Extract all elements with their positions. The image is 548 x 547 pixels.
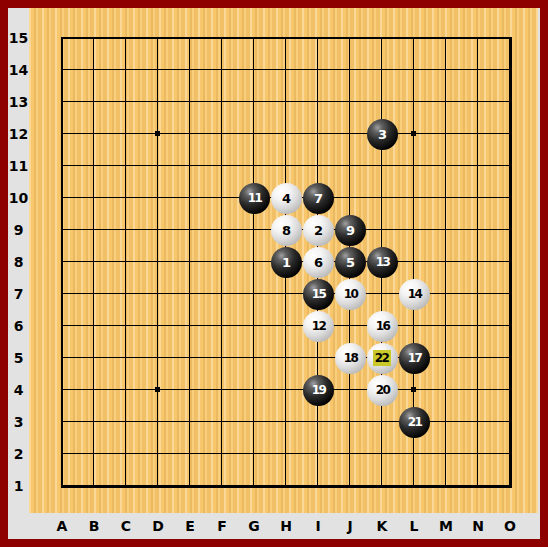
point-B3[interactable] [78,406,110,438]
row-label-6: 6 [8,310,29,342]
grid-line-v [445,406,446,438]
point-M5[interactable] [430,342,462,374]
point-D15[interactable] [142,22,174,54]
grid-line-h [142,357,174,358]
grid-line-h [174,293,206,294]
point-E15[interactable] [174,22,206,54]
point-N13[interactable] [462,86,494,118]
point-C9[interactable] [110,214,142,246]
stone-black-7-I10[interactable]: 7 [303,183,334,214]
point-G1[interactable] [238,470,270,502]
grid-line-v [61,118,62,150]
point-A8[interactable] [46,246,78,278]
stone-black-1-H8[interactable]: 1 [271,247,302,278]
point-D5[interactable] [142,342,174,374]
point-F15[interactable] [206,22,238,54]
point-M7[interactable] [430,278,462,310]
point-F10[interactable] [206,182,238,214]
point-C8[interactable] [110,246,142,278]
point-M14[interactable] [430,54,462,86]
point-O4[interactable] [494,374,526,406]
point-G12[interactable] [238,118,270,150]
grid-line-v [221,246,222,278]
point-O15[interactable] [494,22,526,54]
point-M10[interactable] [430,182,462,214]
point-A14[interactable] [46,54,78,86]
grid-line-v [157,214,158,246]
point-B5[interactable] [78,342,110,374]
point-G7[interactable] [238,278,270,310]
point-I7[interactable]: 15 [302,278,334,310]
point-E12[interactable] [174,118,206,150]
point-H1[interactable] [270,470,302,502]
point-J5[interactable]: 18 [334,342,366,374]
point-O14[interactable] [494,54,526,86]
point-O6[interactable] [494,310,526,342]
goban-grid[interactable]: 31147829165131510141216182217192021 [46,22,526,502]
point-A15[interactable] [46,22,78,54]
grid-line-v [253,310,254,342]
point-D2[interactable] [142,438,174,470]
point-E9[interactable] [174,214,206,246]
point-I11[interactable] [302,150,334,182]
point-N12[interactable] [462,118,494,150]
point-K2[interactable] [366,438,398,470]
point-B9[interactable] [78,214,110,246]
point-I14[interactable] [302,54,334,86]
point-L14[interactable] [398,54,430,86]
point-F7[interactable] [206,278,238,310]
point-B2[interactable] [78,438,110,470]
point-F4[interactable] [206,374,238,406]
point-H4[interactable] [270,374,302,406]
stone-white-14-L7[interactable]: 14 [399,279,430,310]
grid-line-v [317,342,318,374]
point-A5[interactable] [46,342,78,374]
point-N1[interactable] [462,470,494,502]
grid-line-v [125,86,126,118]
grid-line-v [285,278,286,310]
grid-line-v [349,374,350,406]
stone-white-2-I9[interactable]: 2 [303,215,334,246]
point-J4[interactable] [334,374,366,406]
grid-line-h [270,37,302,38]
point-J11[interactable] [334,150,366,182]
point-K7[interactable] [366,278,398,310]
point-K6[interactable]: 16 [366,310,398,342]
point-D13[interactable] [142,86,174,118]
point-O5[interactable] [494,342,526,374]
point-N8[interactable] [462,246,494,278]
point-G6[interactable] [238,310,270,342]
point-D11[interactable] [142,150,174,182]
point-L1[interactable] [398,470,430,502]
point-A10[interactable] [46,182,78,214]
point-E2[interactable] [174,438,206,470]
point-K13[interactable] [366,86,398,118]
point-H15[interactable] [270,22,302,54]
point-A4[interactable] [46,374,78,406]
grid-line-h [270,357,302,358]
stone-white-6-I8[interactable]: 6 [303,247,334,278]
point-M12[interactable] [430,118,462,150]
point-A13[interactable] [46,86,78,118]
point-K12[interactable]: 3 [366,118,398,150]
point-N9[interactable] [462,214,494,246]
point-K8[interactable]: 13 [366,246,398,278]
point-H10[interactable]: 4 [270,182,302,214]
stone-white-10-J7[interactable]: 10 [335,279,366,310]
point-F9[interactable] [206,214,238,246]
point-H14[interactable] [270,54,302,86]
point-G10[interactable]: 11 [238,182,270,214]
stone-black-11-G10[interactable]: 11 [239,183,270,214]
grid-line-h [334,69,366,70]
point-L8[interactable] [398,246,430,278]
point-E3[interactable] [174,406,206,438]
point-E11[interactable] [174,150,206,182]
point-E6[interactable] [174,310,206,342]
point-D7[interactable] [142,278,174,310]
point-J12[interactable] [334,118,366,150]
board-inner: 31147829165131510141216182217192021 ABCD… [8,8,540,539]
point-L6[interactable] [398,310,430,342]
point-C10[interactable] [110,182,142,214]
point-J3[interactable] [334,406,366,438]
point-K3[interactable] [366,406,398,438]
point-I3[interactable] [302,406,334,438]
grid-line-v [189,374,190,406]
point-C4[interactable] [110,374,142,406]
point-F11[interactable] [206,150,238,182]
point-N7[interactable] [462,278,494,310]
point-O3[interactable] [494,406,526,438]
point-N6[interactable] [462,310,494,342]
point-C5[interactable] [110,342,142,374]
point-K4[interactable]: 20 [366,374,398,406]
point-H7[interactable] [270,278,302,310]
grid-line-h [462,485,494,486]
point-L12[interactable] [398,118,430,150]
point-A6[interactable] [46,310,78,342]
grid-line-h [334,101,366,102]
stone-black-9-J9[interactable]: 9 [335,215,366,246]
stone-white-4-H10[interactable]: 4 [271,183,302,214]
point-B6[interactable] [78,310,110,342]
point-E8[interactable] [174,246,206,278]
point-K14[interactable] [366,54,398,86]
point-I6[interactable]: 12 [302,310,334,342]
point-F12[interactable] [206,118,238,150]
point-L9[interactable] [398,214,430,246]
point-I2[interactable] [302,438,334,470]
point-B4[interactable] [78,374,110,406]
stone-black-13-K8[interactable]: 13 [367,247,398,278]
point-E4[interactable] [174,374,206,406]
point-E7[interactable] [174,278,206,310]
point-F5[interactable] [206,342,238,374]
grid-line-h [238,357,270,358]
point-C3[interactable] [110,406,142,438]
point-N14[interactable] [462,54,494,86]
grid-line-h [174,197,206,198]
stone-black-5-J8[interactable]: 5 [335,247,366,278]
point-O9[interactable] [494,214,526,246]
point-A12[interactable] [46,118,78,150]
grid-line-h [238,485,270,486]
stone-black-17-L5[interactable]: 17 [399,343,430,374]
stone-black-15-I7[interactable]: 15 [303,279,334,310]
stone-white-16-K6[interactable]: 16 [367,311,398,342]
point-E1[interactable] [174,470,206,502]
point-G11[interactable] [238,150,270,182]
point-B10[interactable] [78,182,110,214]
point-D12[interactable] [142,118,174,150]
grid-line-v [413,214,414,246]
point-J9[interactable]: 9 [334,214,366,246]
stone-white-20-K4[interactable]: 20 [367,375,398,406]
point-K10[interactable] [366,182,398,214]
point-M3[interactable] [430,406,462,438]
point-A3[interactable] [46,406,78,438]
point-E10[interactable] [174,182,206,214]
stone-white-22-K5[interactable]: 22 [367,343,398,374]
grid-line-v [509,182,510,214]
point-H5[interactable] [270,342,302,374]
point-K11[interactable] [366,150,398,182]
grid-line-h [238,453,270,454]
point-D1[interactable] [142,470,174,502]
point-F14[interactable] [206,54,238,86]
point-B14[interactable] [78,54,110,86]
point-K5[interactable]: 22 [366,342,398,374]
point-I9[interactable]: 2 [302,214,334,246]
point-I12[interactable] [302,118,334,150]
point-I4[interactable]: 19 [302,374,334,406]
grid-line-v [445,118,446,150]
point-A9[interactable] [46,214,78,246]
point-G15[interactable] [238,22,270,54]
point-N3[interactable] [462,406,494,438]
point-O8[interactable] [494,246,526,278]
point-M1[interactable] [430,470,462,502]
point-E13[interactable] [174,86,206,118]
point-J13[interactable] [334,86,366,118]
point-N4[interactable] [462,374,494,406]
move-number: 20 [375,384,390,396]
move-number: 16 [375,320,390,332]
point-C12[interactable] [110,118,142,150]
row-label-15: 15 [8,22,29,54]
point-J8[interactable]: 5 [334,246,366,278]
grid-line-v [157,54,158,86]
point-H2[interactable] [270,438,302,470]
point-M6[interactable] [430,310,462,342]
grid-line-v [477,182,478,214]
stone-black-19-I4[interactable]: 19 [303,375,334,406]
point-B7[interactable] [78,278,110,310]
point-N10[interactable] [462,182,494,214]
point-B13[interactable] [78,86,110,118]
point-M2[interactable] [430,438,462,470]
grid-line-h [174,325,206,326]
point-C1[interactable] [110,470,142,502]
point-O7[interactable] [494,278,526,310]
point-I10[interactable]: 7 [302,182,334,214]
point-O13[interactable] [494,86,526,118]
point-H3[interactable] [270,406,302,438]
point-H9[interactable]: 8 [270,214,302,246]
grid-line-h [398,37,430,38]
point-K1[interactable] [366,470,398,502]
point-J1[interactable] [334,470,366,502]
point-G9[interactable] [238,214,270,246]
point-D6[interactable] [142,310,174,342]
point-G3[interactable] [238,406,270,438]
grid-line-h [206,229,238,230]
point-D3[interactable] [142,406,174,438]
point-L10[interactable] [398,182,430,214]
stone-white-12-I6[interactable]: 12 [303,311,334,342]
go-diagram: 31147829165131510141216182217192021 ABCD… [0,0,548,547]
point-G4[interactable] [238,374,270,406]
point-M4[interactable] [430,374,462,406]
point-O2[interactable] [494,438,526,470]
point-D14[interactable] [142,54,174,86]
point-H8[interactable]: 1 [270,246,302,278]
grid-line-h [62,421,78,422]
point-G14[interactable] [238,54,270,86]
point-L15[interactable] [398,22,430,54]
point-B12[interactable] [78,118,110,150]
point-D10[interactable] [142,182,174,214]
point-A1[interactable] [46,470,78,502]
point-F1[interactable] [206,470,238,502]
grid-line-v [157,406,158,438]
point-C6[interactable] [110,310,142,342]
point-I5[interactable] [302,342,334,374]
grid-line-h [398,229,430,230]
stone-black-3-K12[interactable]: 3 [367,119,398,150]
point-G5[interactable] [238,342,270,374]
point-F8[interactable] [206,246,238,278]
point-L4[interactable] [398,374,430,406]
point-L11[interactable] [398,150,430,182]
grid-line-v [157,278,158,310]
point-B8[interactable] [78,246,110,278]
point-M8[interactable] [430,246,462,278]
point-M11[interactable] [430,150,462,182]
point-G8[interactable] [238,246,270,278]
point-C13[interactable] [110,86,142,118]
point-N15[interactable] [462,22,494,54]
point-H13[interactable] [270,86,302,118]
point-J10[interactable] [334,182,366,214]
point-O12[interactable] [494,118,526,150]
point-C2[interactable] [110,438,142,470]
point-I1[interactable] [302,470,334,502]
grid-line-v [445,86,446,118]
stone-white-18-J5[interactable]: 18 [335,343,366,374]
stone-black-21-L3[interactable]: 21 [399,407,430,438]
grid-line-h [62,261,78,262]
point-M13[interactable] [430,86,462,118]
grid-line-h [110,453,142,454]
point-H11[interactable] [270,150,302,182]
point-L3[interactable]: 21 [398,406,430,438]
grid-line-h [62,69,78,70]
point-N11[interactable] [462,150,494,182]
point-C15[interactable] [110,22,142,54]
point-F6[interactable] [206,310,238,342]
grid-line-v [477,278,478,310]
point-L5[interactable]: 17 [398,342,430,374]
point-H12[interactable] [270,118,302,150]
point-H6[interactable] [270,310,302,342]
point-I13[interactable] [302,86,334,118]
grid-line-h [334,165,366,166]
grid-line-v [189,310,190,342]
point-G2[interactable] [238,438,270,470]
point-J14[interactable] [334,54,366,86]
point-J2[interactable] [334,438,366,470]
grid-line-v [349,118,350,150]
point-J6[interactable] [334,310,366,342]
point-A2[interactable] [46,438,78,470]
point-D9[interactable] [142,214,174,246]
point-F2[interactable] [206,438,238,470]
point-I8[interactable]: 6 [302,246,334,278]
point-D4[interactable] [142,374,174,406]
point-C11[interactable] [110,150,142,182]
point-K9[interactable] [366,214,398,246]
stone-white-8-H9[interactable]: 8 [271,215,302,246]
point-O11[interactable] [494,150,526,182]
point-C14[interactable] [110,54,142,86]
point-C7[interactable] [110,278,142,310]
grid-line-h [206,37,238,38]
point-F13[interactable] [206,86,238,118]
point-B11[interactable] [78,150,110,182]
grid-line-h [174,357,206,358]
point-N5[interactable] [462,342,494,374]
point-A11[interactable] [46,150,78,182]
point-O10[interactable] [494,182,526,214]
grid-line-v [413,246,414,278]
point-J7[interactable]: 10 [334,278,366,310]
point-M9[interactable] [430,214,462,246]
point-L2[interactable] [398,438,430,470]
point-B1[interactable] [78,470,110,502]
point-K15[interactable] [366,22,398,54]
point-L13[interactable] [398,86,430,118]
point-J15[interactable] [334,22,366,54]
point-F3[interactable] [206,406,238,438]
point-A7[interactable] [46,278,78,310]
point-I15[interactable] [302,22,334,54]
row-label-8: 8 [8,246,29,278]
grid-line-h [398,485,430,486]
point-B15[interactable] [78,22,110,54]
point-M15[interactable] [430,22,462,54]
point-N2[interactable] [462,438,494,470]
point-G13[interactable] [238,86,270,118]
point-D8[interactable] [142,246,174,278]
point-E5[interactable] [174,342,206,374]
point-O1[interactable] [494,470,526,502]
point-L7[interactable]: 14 [398,278,430,310]
point-E14[interactable] [174,54,206,86]
